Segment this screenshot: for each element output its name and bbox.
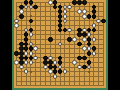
white-stone	[92, 37, 97, 42]
black-stone	[77, 56, 82, 61]
black-stone	[24, 0, 29, 5]
black-stone	[58, 69, 63, 74]
grid-line-vertical	[74, 2, 75, 85]
black-stone	[77, 32, 82, 37]
black-stone	[82, 65, 87, 70]
black-stone	[58, 14, 63, 19]
black-stone	[29, 0, 34, 5]
black-stone	[58, 28, 63, 33]
white-stone	[14, 23, 19, 28]
white-stone	[19, 65, 24, 70]
white-stone	[24, 51, 29, 56]
white-stone	[77, 9, 82, 14]
hoshi-point	[30, 15, 32, 17]
white-stone	[87, 65, 92, 70]
black-stone	[77, 42, 82, 47]
go-board[interactable]	[14, 0, 106, 88]
grid-line-horizontal	[16, 81, 103, 82]
white-stone	[24, 69, 29, 74]
black-stone	[53, 0, 58, 5]
white-stone	[24, 5, 29, 10]
black-stone	[19, 14, 24, 19]
black-stone	[101, 19, 106, 24]
grid-line-horizontal	[16, 85, 103, 86]
black-stone	[92, 14, 97, 19]
white-stone	[63, 19, 68, 24]
black-stone	[29, 19, 34, 24]
grid-line-vertical	[103, 2, 104, 85]
white-stone	[63, 69, 68, 74]
screenshot-frame	[0, 0, 120, 90]
white-stone	[72, 60, 77, 65]
black-stone	[87, 14, 92, 19]
black-stone	[48, 37, 53, 42]
white-stone	[82, 14, 87, 19]
white-stone	[92, 51, 97, 56]
white-stone	[33, 46, 38, 51]
grid-line-horizontal	[16, 76, 103, 77]
white-stone	[29, 60, 34, 65]
black-stone	[87, 37, 92, 42]
white-stone	[48, 0, 53, 5]
white-stone	[58, 42, 63, 47]
white-stone	[48, 69, 53, 74]
white-stone	[29, 32, 34, 37]
black-stone	[82, 0, 87, 5]
white-stone	[67, 5, 72, 10]
black-stone	[33, 5, 38, 10]
white-stone	[33, 56, 38, 61]
grid-line-vertical	[69, 2, 70, 85]
white-stone	[53, 74, 58, 79]
white-stone	[29, 51, 34, 56]
black-stone	[24, 37, 29, 42]
white-stone	[24, 60, 29, 65]
hoshi-point	[30, 71, 32, 73]
white-stone	[82, 46, 87, 51]
white-stone	[63, 14, 68, 19]
hoshi-point	[88, 71, 90, 73]
black-stone	[53, 5, 58, 10]
grid-line-vertical	[98, 2, 99, 85]
black-stone	[92, 28, 97, 33]
black-stone	[87, 51, 92, 56]
black-stone	[77, 0, 82, 5]
white-stone	[72, 37, 77, 42]
black-stone	[19, 51, 24, 56]
white-stone	[82, 37, 87, 42]
white-stone	[77, 65, 82, 70]
white-stone	[67, 28, 72, 33]
black-stone	[82, 56, 87, 61]
